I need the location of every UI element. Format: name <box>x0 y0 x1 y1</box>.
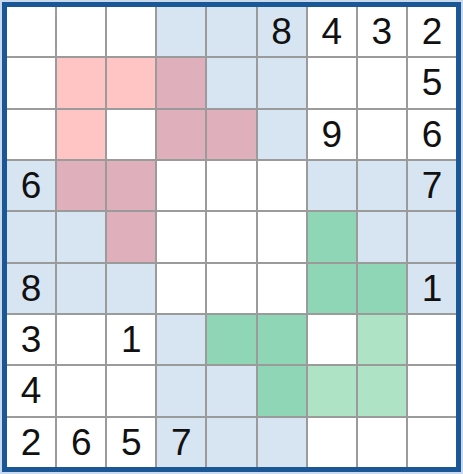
cell-r8c1[interactable]: 4 <box>7 366 55 415</box>
cell-r7c7[interactable] <box>308 315 356 364</box>
cell-r8c9[interactable] <box>408 366 456 415</box>
sudoku-board: 843259667813142657 <box>0 0 463 474</box>
cell-r9c5[interactable] <box>207 418 255 467</box>
cell-r1c7[interactable]: 4 <box>308 7 356 56</box>
cell-r7c5[interactable] <box>207 315 255 364</box>
cell-r3c2[interactable] <box>57 110 105 159</box>
cell-r3c3[interactable] <box>107 110 155 159</box>
cell-r3c4[interactable] <box>157 110 205 159</box>
cell-r7c1[interactable]: 3 <box>7 315 55 364</box>
cell-r4c9[interactable]: 7 <box>408 161 456 210</box>
cell-r7c4[interactable] <box>157 315 205 364</box>
board-frame: 843259667813142657 <box>2 2 461 472</box>
cell-r3c1[interactable] <box>7 110 55 159</box>
cell-r4c3[interactable] <box>107 161 155 210</box>
cell-r1c9[interactable]: 2 <box>408 7 456 56</box>
cell-r4c5[interactable] <box>207 161 255 210</box>
cell-r7c9[interactable] <box>408 315 456 364</box>
cell-r6c4[interactable] <box>157 264 205 313</box>
cell-r9c2[interactable]: 6 <box>57 418 105 467</box>
cell-r1c4[interactable] <box>157 7 205 56</box>
cell-r6c5[interactable] <box>207 264 255 313</box>
cell-r7c3[interactable]: 1 <box>107 315 155 364</box>
cell-r5c6[interactable] <box>258 212 306 261</box>
cell-r5c9[interactable] <box>408 212 456 261</box>
cell-r9c4[interactable]: 7 <box>157 418 205 467</box>
cell-r8c5[interactable] <box>207 366 255 415</box>
cell-r5c7[interactable] <box>308 212 356 261</box>
cell-r1c3[interactable] <box>107 7 155 56</box>
cell-r2c2[interactable] <box>57 58 105 107</box>
cell-r7c8[interactable] <box>358 315 406 364</box>
cell-r8c3[interactable] <box>107 366 155 415</box>
cell-r6c7[interactable] <box>308 264 356 313</box>
cell-r5c2[interactable] <box>57 212 105 261</box>
cell-r4c2[interactable] <box>57 161 105 210</box>
cell-r2c9[interactable]: 5 <box>408 58 456 107</box>
cell-r8c2[interactable] <box>57 366 105 415</box>
cell-r4c6[interactable] <box>258 161 306 210</box>
cell-r6c8[interactable] <box>358 264 406 313</box>
cell-r3c7[interactable]: 9 <box>308 110 356 159</box>
cell-r6c1[interactable]: 8 <box>7 264 55 313</box>
cell-r9c1[interactable]: 2 <box>7 418 55 467</box>
cell-r9c9[interactable] <box>408 418 456 467</box>
cell-r6c2[interactable] <box>57 264 105 313</box>
cell-r1c2[interactable] <box>57 7 105 56</box>
cell-r9c7[interactable] <box>308 418 356 467</box>
cell-r4c4[interactable] <box>157 161 205 210</box>
cell-r5c8[interactable] <box>358 212 406 261</box>
cell-r1c6[interactable]: 8 <box>258 7 306 56</box>
cell-r3c8[interactable] <box>358 110 406 159</box>
cell-r3c6[interactable] <box>258 110 306 159</box>
cell-r4c1[interactable]: 6 <box>7 161 55 210</box>
cell-r3c9[interactable]: 6 <box>408 110 456 159</box>
cell-r2c7[interactable] <box>308 58 356 107</box>
cell-r2c6[interactable] <box>258 58 306 107</box>
cell-r2c3[interactable] <box>107 58 155 107</box>
cell-r8c7[interactable] <box>308 366 356 415</box>
cell-r5c5[interactable] <box>207 212 255 261</box>
cell-r7c2[interactable] <box>57 315 105 364</box>
cell-r9c8[interactable] <box>358 418 406 467</box>
cell-r8c8[interactable] <box>358 366 406 415</box>
cell-r6c6[interactable] <box>258 264 306 313</box>
cell-r4c8[interactable] <box>358 161 406 210</box>
cell-r6c9[interactable]: 1 <box>408 264 456 313</box>
cell-r2c4[interactable] <box>157 58 205 107</box>
cell-r5c1[interactable] <box>7 212 55 261</box>
cell-r7c6[interactable] <box>258 315 306 364</box>
cell-r3c5[interactable] <box>207 110 255 159</box>
cell-r1c5[interactable] <box>207 7 255 56</box>
cell-r2c5[interactable] <box>207 58 255 107</box>
cell-r9c6[interactable] <box>258 418 306 467</box>
cell-r1c8[interactable]: 3 <box>358 7 406 56</box>
cell-r8c6[interactable] <box>258 366 306 415</box>
sudoku-grid: 843259667813142657 <box>7 7 456 467</box>
cell-r9c3[interactable]: 5 <box>107 418 155 467</box>
cell-r4c7[interactable] <box>308 161 356 210</box>
cell-r6c3[interactable] <box>107 264 155 313</box>
cell-r5c4[interactable] <box>157 212 205 261</box>
cell-r2c8[interactable] <box>358 58 406 107</box>
cell-r5c3[interactable] <box>107 212 155 261</box>
cell-r2c1[interactable] <box>7 58 55 107</box>
cell-r8c4[interactable] <box>157 366 205 415</box>
cell-r1c1[interactable] <box>7 7 55 56</box>
